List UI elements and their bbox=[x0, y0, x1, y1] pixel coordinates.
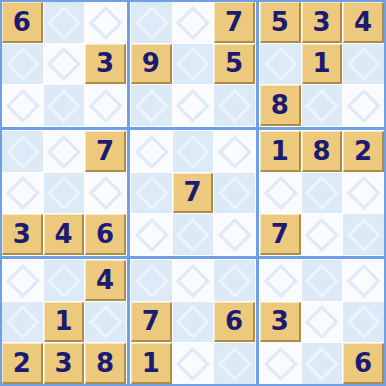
box-7: 41238 bbox=[2, 260, 126, 384]
cell-r2c2[interactable] bbox=[44, 44, 85, 85]
box-divider-horizontal-2 bbox=[2, 256, 384, 259]
cell-r7c8[interactable] bbox=[302, 260, 343, 301]
cell-r8c8[interactable] bbox=[302, 302, 343, 343]
cell-r2c6: 5 bbox=[214, 44, 255, 85]
cell-r5c2[interactable] bbox=[44, 173, 85, 214]
diamond-icon bbox=[135, 6, 168, 39]
diamond-icon bbox=[6, 89, 39, 122]
cell-r3c4[interactable] bbox=[131, 85, 172, 126]
cell-r6c9[interactable] bbox=[343, 214, 384, 255]
cell-r2c4: 9 bbox=[131, 44, 172, 85]
cell-r8c7: 3 bbox=[260, 302, 301, 343]
cell-r4c3: 7 bbox=[85, 131, 126, 172]
cell-r5c7[interactable] bbox=[260, 173, 301, 214]
cell-r8c2: 1 bbox=[44, 302, 85, 343]
cell-r5c9[interactable] bbox=[343, 173, 384, 214]
diamond-icon bbox=[347, 47, 380, 80]
cell-r4c9: 2 bbox=[343, 131, 384, 172]
cell-r2c1[interactable] bbox=[2, 44, 43, 85]
diamond-icon bbox=[6, 305, 39, 338]
diamond-icon bbox=[218, 135, 251, 168]
cell-r4c1[interactable] bbox=[2, 131, 43, 172]
diamond-icon bbox=[347, 305, 380, 338]
cell-r7c3: 4 bbox=[85, 260, 126, 301]
cell-r2c3: 3 bbox=[85, 44, 126, 85]
cell-r5c5: 7 bbox=[173, 173, 214, 214]
diamond-icon bbox=[264, 47, 297, 80]
diamond-icon bbox=[47, 176, 80, 209]
diamond-icon bbox=[89, 305, 122, 338]
cell-r6c8[interactable] bbox=[302, 214, 343, 255]
cell-r8c6: 6 bbox=[214, 302, 255, 343]
box-1: 63 bbox=[2, 2, 126, 126]
diamond-icon bbox=[47, 6, 80, 39]
cell-r8c3[interactable] bbox=[85, 302, 126, 343]
diamond-icon bbox=[264, 264, 297, 297]
cell-r5c1[interactable] bbox=[2, 173, 43, 214]
diamond-icon bbox=[176, 218, 209, 251]
diamond-icon bbox=[176, 89, 209, 122]
cell-r2c9[interactable] bbox=[343, 44, 384, 85]
cell-r7c2[interactable] bbox=[44, 260, 85, 301]
diamond-icon bbox=[6, 176, 39, 209]
diamond-icon bbox=[176, 135, 209, 168]
diamond-icon bbox=[176, 47, 209, 80]
cell-r6c6[interactable] bbox=[214, 214, 255, 255]
cell-r9c9: 6 bbox=[343, 343, 384, 384]
cell-r9c4: 1 bbox=[131, 343, 172, 384]
box-divider-vertical-1 bbox=[127, 2, 130, 384]
diamond-icon bbox=[47, 47, 80, 80]
diamond-icon bbox=[264, 347, 297, 380]
cell-r1c6: 7 bbox=[214, 2, 255, 43]
cell-r3c8[interactable] bbox=[302, 85, 343, 126]
cell-r3c5[interactable] bbox=[173, 85, 214, 126]
cell-r1c9: 4 bbox=[343, 2, 384, 43]
box-9: 36 bbox=[260, 260, 384, 384]
cell-r9c5[interactable] bbox=[173, 343, 214, 384]
diamond-icon bbox=[305, 305, 338, 338]
diamond-icon bbox=[305, 176, 338, 209]
cell-r7c4[interactable] bbox=[131, 260, 172, 301]
cell-r1c1: 6 bbox=[2, 2, 43, 43]
cell-r8c9[interactable] bbox=[343, 302, 384, 343]
box-divider-horizontal-1 bbox=[2, 127, 384, 130]
diamond-icon bbox=[6, 47, 39, 80]
diamond-icon bbox=[47, 135, 80, 168]
cell-r5c6[interactable] bbox=[214, 173, 255, 214]
cell-r4c4[interactable] bbox=[131, 131, 172, 172]
diamond-icon bbox=[305, 218, 338, 251]
cell-r1c8: 3 bbox=[302, 2, 343, 43]
cell-r4c6[interactable] bbox=[214, 131, 255, 172]
cell-r7c7[interactable] bbox=[260, 260, 301, 301]
diamond-icon bbox=[176, 6, 209, 39]
diamond-icon bbox=[6, 135, 39, 168]
cell-r1c2[interactable] bbox=[44, 2, 85, 43]
cell-r1c5[interactable] bbox=[173, 2, 214, 43]
diamond-icon bbox=[89, 6, 122, 39]
diamond-icon bbox=[218, 218, 251, 251]
cell-r3c1[interactable] bbox=[2, 85, 43, 126]
diamond-icon bbox=[135, 89, 168, 122]
diamond-icon bbox=[47, 89, 80, 122]
box-divider-vertical-2 bbox=[256, 2, 259, 384]
diamond-icon bbox=[264, 176, 297, 209]
diamond-icon bbox=[176, 347, 209, 380]
cell-r7c6[interactable] bbox=[214, 260, 255, 301]
cell-r2c5[interactable] bbox=[173, 44, 214, 85]
diamond-icon bbox=[347, 89, 380, 122]
diamond-icon bbox=[218, 264, 251, 297]
box-8: 761 bbox=[131, 260, 255, 384]
cell-r9c3: 8 bbox=[85, 343, 126, 384]
cell-r1c3[interactable] bbox=[85, 2, 126, 43]
cell-r9c6[interactable] bbox=[214, 343, 255, 384]
cell-r4c2[interactable] bbox=[44, 131, 85, 172]
cell-r9c1: 2 bbox=[2, 343, 43, 384]
diamond-icon bbox=[347, 176, 380, 209]
cell-r7c1[interactable] bbox=[2, 260, 43, 301]
box-2: 795 bbox=[131, 2, 255, 126]
cell-r9c7[interactable] bbox=[260, 343, 301, 384]
diamond-icon bbox=[135, 264, 168, 297]
cell-r3c9[interactable] bbox=[343, 85, 384, 126]
diamond-icon bbox=[176, 264, 209, 297]
cell-r3c7: 8 bbox=[260, 85, 301, 126]
diamond-icon bbox=[347, 264, 380, 297]
cell-r9c2: 3 bbox=[44, 343, 85, 384]
diamond-icon bbox=[218, 89, 251, 122]
cell-r7c9[interactable] bbox=[343, 260, 384, 301]
cell-r2c8: 1 bbox=[302, 44, 343, 85]
cell-r1c4[interactable] bbox=[131, 2, 172, 43]
cell-r4c5[interactable] bbox=[173, 131, 214, 172]
cell-r3c6[interactable] bbox=[214, 85, 255, 126]
box-4: 7346 bbox=[2, 131, 126, 255]
cell-r9c8[interactable] bbox=[302, 343, 343, 384]
cell-r6c2: 4 bbox=[44, 214, 85, 255]
cell-r5c8[interactable] bbox=[302, 173, 343, 214]
cell-r5c3[interactable] bbox=[85, 173, 126, 214]
cell-r6c4[interactable] bbox=[131, 214, 172, 255]
cell-r1c7: 5 bbox=[260, 2, 301, 43]
box-3: 53418 bbox=[260, 2, 384, 126]
box-6: 1827 bbox=[260, 131, 384, 255]
diamond-icon bbox=[89, 89, 122, 122]
cell-r6c3: 6 bbox=[85, 214, 126, 255]
diamond-icon bbox=[218, 176, 251, 209]
cell-r6c1: 3 bbox=[2, 214, 43, 255]
diamond-icon bbox=[305, 264, 338, 297]
cell-r8c5[interactable] bbox=[173, 302, 214, 343]
diamond-icon bbox=[135, 176, 168, 209]
diamond-icon bbox=[47, 264, 80, 297]
cell-r8c1[interactable] bbox=[2, 302, 43, 343]
box-5: 7 bbox=[131, 131, 255, 255]
cell-r2c7[interactable] bbox=[260, 44, 301, 85]
cell-r7c5[interactable] bbox=[173, 260, 214, 301]
sudoku-board: 63795534187346718274123876136 bbox=[0, 0, 386, 386]
diamond-icon bbox=[305, 347, 338, 380]
cell-r6c7: 7 bbox=[260, 214, 301, 255]
diamond-icon bbox=[347, 218, 380, 251]
diamond-icon bbox=[6, 264, 39, 297]
cell-r4c8: 8 bbox=[302, 131, 343, 172]
diamond-icon bbox=[176, 305, 209, 338]
diamond-icon bbox=[135, 135, 168, 168]
cell-r6c5[interactable] bbox=[173, 214, 214, 255]
diamond-icon bbox=[89, 176, 122, 209]
cell-r8c4: 7 bbox=[131, 302, 172, 343]
cell-r5c4[interactable] bbox=[131, 173, 172, 214]
cell-r4c7: 1 bbox=[260, 131, 301, 172]
diamond-icon bbox=[305, 89, 338, 122]
cell-r3c2[interactable] bbox=[44, 85, 85, 126]
diamond-icon bbox=[218, 347, 251, 380]
cell-r3c3[interactable] bbox=[85, 85, 126, 126]
diamond-icon bbox=[135, 218, 168, 251]
